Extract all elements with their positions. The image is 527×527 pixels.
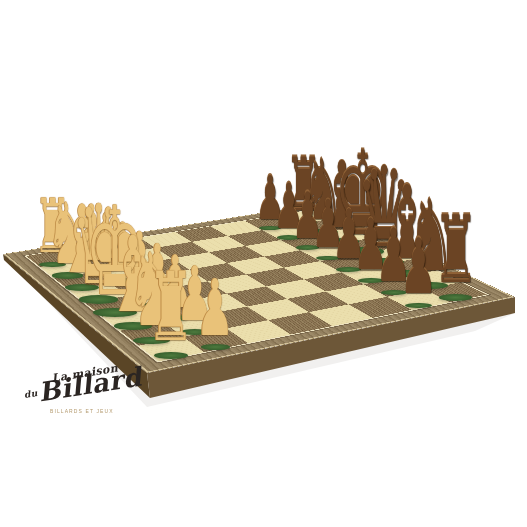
brand-watermark: La maison duBillard BILLARDS ET JEUX <box>16 372 126 414</box>
product-photo: ♜♟♞♟♝♟♚♟♟♛♜♟♟♝♞♟♟♞♝♟♟♜♛♟♟♚♟♝♟♞♟♜ La mais… <box>0 0 527 527</box>
brand-script-large: duBillard <box>22 364 127 410</box>
brand-script-connector: du <box>23 388 38 400</box>
brand-tagline: BILLARDS ET JEUX <box>50 408 126 414</box>
